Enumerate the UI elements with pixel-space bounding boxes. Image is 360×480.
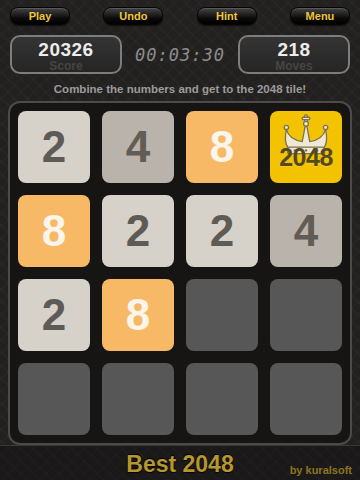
tile-r1c0: 8 [18,195,90,267]
tile-r1c1: 2 [102,195,174,267]
tile-r0c2: 8 [186,111,258,183]
tile-r0c0: 2 [18,111,90,183]
tile-value: 4 [294,206,318,256]
footer-bar: Best 2048 by kuralsoft [0,445,360,480]
tile-value: 8 [210,122,234,172]
tile-r1c2: 2 [186,195,258,267]
score-value: 20326 [12,39,120,60]
undo-button[interactable]: Undo [103,7,163,25]
tile-r2c3 [270,279,342,351]
tile-value: 8 [126,290,150,340]
board[interactable]: 2 4 8 2048 8 2 2 4 2 8 [8,101,352,445]
tile-r2c2 [186,279,258,351]
menu-button[interactable]: Menu [290,7,350,25]
tile-value: 2 [42,122,66,172]
credit-text: by kuralsoft [290,464,352,476]
stats-bar: 20326 Score 00:03:30 218 Moves [0,35,360,74]
hint-button[interactable]: Hint [197,7,257,25]
app-title: Best 2048 [126,451,233,478]
toolbar: Play Undo Hint Menu [0,0,360,25]
tile-value: 2 [210,206,234,256]
tile-value: 2 [42,290,66,340]
tile-value: 2048 [279,143,333,172]
tile-r3c3 [270,363,342,435]
tile-r2c1: 8 [102,279,174,351]
moves-label: Moves [240,60,348,72]
tile-r1c3: 4 [270,195,342,267]
moves-value: 218 [240,39,348,60]
moves-panel: 218 Moves [238,35,350,74]
tile-r3c2 [186,363,258,435]
tile-r0c3: 2048 [270,111,342,183]
instruction-text: Combine the numbers and get to the 2048 … [0,83,360,95]
tile-r3c1 [102,363,174,435]
tile-r2c0: 2 [18,279,90,351]
tile-value: 8 [42,206,66,256]
play-button[interactable]: Play [10,7,70,25]
timer-display: 00:03:30 [135,45,225,65]
score-panel: 20326 Score [10,35,122,74]
tile-r3c0 [18,363,90,435]
tile-value: 4 [126,122,150,172]
score-label: Score [12,60,120,72]
tile-r0c1: 4 [102,111,174,183]
tile-value: 2 [126,206,150,256]
